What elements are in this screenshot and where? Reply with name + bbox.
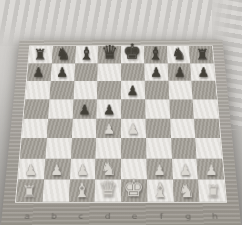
black-bishop-f8[interactable]: ♝ [148, 45, 163, 62]
white-rook-h1[interactable]: ♜ [205, 183, 220, 200]
file-label-h: h [201, 212, 228, 221]
square-a5[interactable] [24, 99, 50, 118]
chess-board-frame: ♜♞♝♛♚♝♞♜♟♟♟♟♟♟♟♟♟♟♟♟♟♞♟♟♟♜♝♛♚♝♞♜ abcdefg… [1, 40, 241, 225]
square-f6[interactable] [145, 81, 169, 99]
square-c4[interactable] [71, 118, 96, 138]
square-a4[interactable] [22, 118, 48, 138]
square-d1[interactable]: ♛ [95, 180, 121, 202]
file-label-c: c [67, 212, 94, 221]
square-c3[interactable] [70, 138, 96, 158]
square-h2[interactable]: ♟ [197, 159, 224, 180]
square-h4[interactable] [194, 118, 220, 138]
square-d6[interactable] [97, 81, 121, 99]
square-h8[interactable]: ♜ [189, 46, 213, 63]
square-g5[interactable] [169, 99, 194, 118]
white-pawn-h2[interactable]: ♟ [204, 164, 217, 178]
white-pawn-a2[interactable]: ♟ [25, 164, 38, 178]
black-knight-g8[interactable]: ♞ [171, 46, 186, 62]
square-f4[interactable] [145, 118, 170, 138]
black-pawn-h7[interactable]: ♟ [197, 66, 209, 79]
square-c6[interactable] [73, 81, 97, 99]
square-b4[interactable] [47, 118, 73, 138]
square-f1[interactable]: ♝ [147, 180, 174, 202]
black-queen-d8[interactable]: ♛ [101, 43, 118, 62]
black-pawn-a7[interactable]: ♟ [33, 66, 45, 79]
black-pawn-b7[interactable]: ♟ [56, 66, 68, 79]
square-b6[interactable] [49, 81, 74, 99]
white-king-e1[interactable]: ♚ [124, 177, 145, 200]
square-b8[interactable]: ♞ [52, 46, 76, 63]
square-b3[interactable] [45, 138, 71, 158]
black-pawn-f7[interactable]: ♟ [150, 66, 162, 79]
file-label-e: e [121, 212, 148, 221]
square-e6[interactable]: ♟ [121, 81, 145, 99]
file-coordinate-labels: abcdefgh [13, 212, 228, 221]
square-g2[interactable]: ♟ [172, 159, 199, 180]
white-queen-d1[interactable]: ♛ [98, 179, 117, 201]
square-h6[interactable] [192, 81, 217, 99]
white-bishop-c1[interactable]: ♝ [73, 181, 91, 201]
white-pawn-d4[interactable]: ♟ [102, 123, 114, 137]
black-pawn-g7[interactable]: ♟ [174, 66, 186, 79]
square-a1[interactable]: ♜ [16, 180, 44, 202]
file-label-a: a [13, 212, 40, 221]
square-e4[interactable]: ♟ [121, 118, 146, 138]
white-pawn-e4[interactable]: ♟ [127, 123, 139, 137]
square-e3[interactable] [121, 138, 146, 158]
white-knight-g1[interactable]: ♞ [178, 181, 195, 200]
square-f7[interactable]: ♟ [144, 63, 168, 81]
square-e7[interactable] [121, 63, 145, 81]
square-e5[interactable] [121, 99, 145, 118]
file-label-g: g [174, 212, 201, 221]
square-g1[interactable]: ♞ [172, 180, 199, 202]
square-f3[interactable] [146, 138, 172, 158]
file-label-d: d [94, 212, 121, 221]
square-b1[interactable] [42, 180, 69, 202]
black-pawn-e6[interactable]: ♟ [127, 85, 139, 98]
white-rook-a1[interactable]: ♜ [22, 183, 37, 200]
black-knight-b8[interactable]: ♞ [56, 46, 71, 62]
square-a7[interactable]: ♟ [27, 63, 52, 81]
white-pawn-b2[interactable]: ♟ [50, 164, 63, 178]
square-d4[interactable]: ♟ [96, 118, 121, 138]
square-h7[interactable]: ♟ [190, 63, 215, 81]
square-g8[interactable]: ♞ [166, 46, 190, 63]
square-a3[interactable] [20, 138, 47, 158]
square-d8[interactable]: ♛ [98, 46, 121, 63]
square-a8[interactable]: ♜ [29, 46, 53, 63]
square-d7[interactable] [97, 63, 121, 81]
board-grid: ♜♞♝♛♚♝♞♜♟♟♟♟♟♟♟♟♟♟♟♟♟♞♟♟♟♜♝♛♚♝♞♜ [15, 45, 227, 202]
square-d5[interactable]: ♟ [97, 99, 121, 118]
square-g3[interactable] [171, 138, 197, 158]
black-rook-a8[interactable]: ♜ [34, 47, 47, 62]
square-a2[interactable]: ♟ [18, 159, 45, 180]
black-king-e8[interactable]: ♚ [123, 41, 142, 62]
square-a6[interactable] [25, 81, 50, 99]
black-bishop-c8[interactable]: ♝ [79, 45, 94, 62]
square-c1[interactable]: ♝ [69, 180, 96, 202]
square-b7[interactable]: ♟ [50, 63, 74, 81]
square-c5[interactable]: ♟ [72, 99, 97, 118]
square-e1[interactable]: ♚ [121, 180, 147, 202]
white-pawn-c2[interactable]: ♟ [76, 164, 89, 178]
black-pawn-d5[interactable]: ♟ [103, 103, 115, 117]
square-f2[interactable]: ♟ [146, 159, 172, 180]
white-bishop-f1[interactable]: ♝ [152, 181, 170, 201]
black-rook-h8[interactable]: ♜ [195, 47, 208, 62]
square-g6[interactable] [168, 81, 193, 99]
white-pawn-f2[interactable]: ♟ [153, 164, 166, 178]
square-e8[interactable]: ♚ [121, 46, 144, 63]
white-pawn-g2[interactable]: ♟ [179, 164, 192, 178]
square-c7[interactable] [74, 63, 98, 81]
square-h3[interactable] [195, 138, 222, 158]
square-d3[interactable] [96, 138, 121, 158]
square-f8[interactable]: ♝ [144, 46, 168, 63]
square-g4[interactable] [170, 118, 196, 138]
square-h5[interactable] [193, 99, 219, 118]
square-g7[interactable]: ♟ [167, 63, 191, 81]
square-c2[interactable]: ♟ [70, 159, 96, 180]
white-knight-d2[interactable]: ♞ [100, 160, 116, 178]
square-h1[interactable]: ♜ [198, 180, 226, 202]
black-pawn-c5[interactable]: ♟ [78, 103, 90, 117]
file-label-b: b [40, 212, 67, 221]
square-f5[interactable] [145, 99, 170, 118]
square-c8[interactable]: ♝ [75, 46, 99, 63]
square-b5[interactable] [48, 99, 73, 118]
file-label-f: f [148, 212, 175, 221]
photo-scene: ♜♞♝♛♚♝♞♜♟♟♟♟♟♟♟♟♟♟♟♟♟♞♟♟♟♜♝♛♚♝♞♜ abcdefg… [0, 0, 242, 225]
square-b2[interactable]: ♟ [44, 159, 71, 180]
